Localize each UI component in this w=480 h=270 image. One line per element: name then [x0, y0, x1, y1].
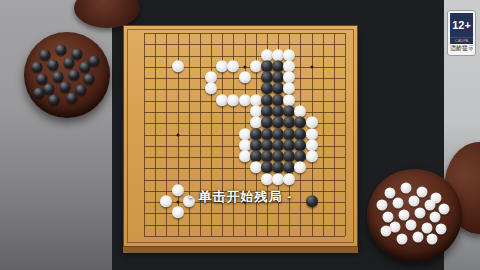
- age-rating-org: CADPA: [450, 37, 473, 44]
- white-bowl-stone: [377, 200, 388, 211]
- white-stone: [294, 105, 306, 117]
- white-bowl-stone: [413, 232, 424, 243]
- black-bowl-stone: [34, 88, 45, 99]
- black-bowl-stone: [84, 74, 95, 85]
- black-bowl-stone: [89, 56, 100, 67]
- star-point: [243, 65, 246, 68]
- white-bowl-stone: [415, 208, 426, 219]
- go-game-screen[interactable]: - 单击开始残局 - 12+ CADPA 适龄提示: [0, 0, 480, 270]
- black-bowl-stone: [49, 95, 60, 106]
- white-stone: [283, 83, 295, 95]
- white-stone: [227, 60, 239, 72]
- black-bowl-stone: [60, 82, 71, 93]
- black-bowl-stone: [40, 50, 51, 61]
- white-stone: [239, 71, 251, 83]
- white-bowl-stone: [422, 223, 433, 234]
- white-stone: [172, 207, 184, 219]
- black-bowl-stone: [56, 45, 67, 56]
- go-board[interactable]: [123, 25, 358, 247]
- black-bowl-stone: [72, 49, 83, 60]
- white-stone: [294, 162, 306, 174]
- white-stone: [283, 94, 295, 106]
- white-stone: [306, 128, 318, 140]
- start-endgame-text[interactable]: - 单击开始残局 -: [123, 188, 358, 206]
- age-rating-label: 适龄提示: [450, 44, 473, 53]
- star-point: [310, 65, 313, 68]
- white-bowl-stone: [430, 212, 441, 223]
- star-point: [176, 133, 179, 136]
- white-stone: [306, 150, 318, 162]
- white-stone: [283, 49, 295, 61]
- black-bowl-stone: [32, 62, 43, 73]
- white-stone: [205, 71, 217, 83]
- white-bowl-stone: [397, 234, 408, 245]
- grid-line-horizontal: [144, 180, 345, 181]
- white-bowl-stone: [383, 212, 394, 223]
- black-bowl-stone: [64, 58, 75, 69]
- black-bowl-stone: [48, 60, 59, 71]
- white-bowl-stone: [409, 196, 420, 207]
- white-bowl-stone: [439, 204, 450, 215]
- white-stone: [283, 60, 295, 72]
- white-bowl-stone: [385, 188, 396, 199]
- black-bowl-stone: [53, 72, 64, 83]
- white-stone: [306, 116, 318, 128]
- age-rating-value: 12+: [450, 13, 473, 37]
- white-stone: [172, 60, 184, 72]
- black-bowl-stone: [67, 93, 78, 104]
- grid-line-horizontal: [144, 168, 345, 169]
- age-rating-badge: 12+ CADPA 适龄提示: [447, 10, 476, 56]
- grid-line-horizontal: [144, 225, 345, 226]
- white-bowl-stone: [436, 224, 447, 235]
- black-bowl-stone: [76, 85, 87, 96]
- black-bowl-stone: [44, 84, 55, 95]
- white-stone: [283, 173, 295, 185]
- white-bowl-stone: [425, 200, 436, 211]
- white-bowl-stone: [417, 187, 428, 198]
- white-bowl-stone: [406, 220, 417, 231]
- black-bowl-stone: [37, 74, 48, 85]
- white-bowl-stone: [399, 210, 410, 221]
- grid-line-horizontal: [144, 236, 345, 237]
- white-stone: [205, 83, 217, 95]
- white-bowl-stone: [401, 183, 412, 194]
- white-bowl-stone: [393, 198, 404, 209]
- white-stone: [283, 71, 295, 83]
- white-bowl-stone: [427, 234, 438, 245]
- white-stone: [306, 139, 318, 151]
- black-bowl-stone: [69, 70, 80, 81]
- white-bowl-stone: [381, 226, 392, 237]
